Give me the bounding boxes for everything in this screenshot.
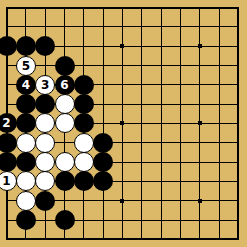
white-stone-1-3-move-5: 5 [16, 56, 36, 76]
black-stone-0-2 [0, 36, 17, 56]
black-stone-1-5 [16, 94, 36, 114]
white-stone-1-10 [16, 191, 36, 211]
white-stone-2-9 [35, 171, 55, 191]
black-stone-0-6-move-2: 2 [0, 113, 17, 133]
black-stone-3-11 [55, 210, 75, 230]
black-stone-4-5 [74, 94, 94, 114]
black-stone-5-8 [93, 152, 113, 172]
black-stone-1-6 [16, 113, 36, 133]
black-stone-0-7 [0, 133, 17, 153]
white-stone-0-9-move-1: 1 [0, 171, 17, 191]
black-stone-4-4 [74, 75, 94, 95]
black-stone-1-11 [16, 210, 36, 230]
stones-grid: 543621 [0, 0, 247, 247]
white-stone-1-7 [16, 133, 36, 153]
white-stone-3-5 [55, 94, 75, 114]
white-stone-1-9 [16, 171, 36, 191]
black-stone-4-9 [74, 171, 94, 191]
white-stone-2-8 [35, 152, 55, 172]
white-stone-2-4-move-3: 3 [35, 75, 55, 95]
white-stone-3-6 [55, 113, 75, 133]
black-stone-3-9 [55, 171, 75, 191]
white-stone-3-8 [55, 152, 75, 172]
white-stone-2-6 [35, 113, 55, 133]
go-board-diagram[interactable]: 543621 [0, 0, 247, 247]
black-stone-4-6 [74, 113, 94, 133]
white-stone-4-8 [74, 152, 94, 172]
black-stone-0-8 [0, 152, 17, 172]
white-stone-4-7 [74, 133, 94, 153]
black-stone-1-8 [16, 152, 36, 172]
black-stone-1-2 [16, 36, 36, 56]
black-stone-3-4-move-6: 6 [55, 75, 75, 95]
black-stone-1-4-move-4: 4 [16, 75, 36, 95]
black-stone-2-2 [35, 36, 55, 56]
white-stone-2-7 [35, 133, 55, 153]
black-stone-5-7 [93, 133, 113, 153]
black-stone-2-10 [35, 191, 55, 211]
black-stone-3-3 [55, 56, 75, 76]
black-stone-2-5 [35, 94, 55, 114]
black-stone-5-9 [93, 171, 113, 191]
